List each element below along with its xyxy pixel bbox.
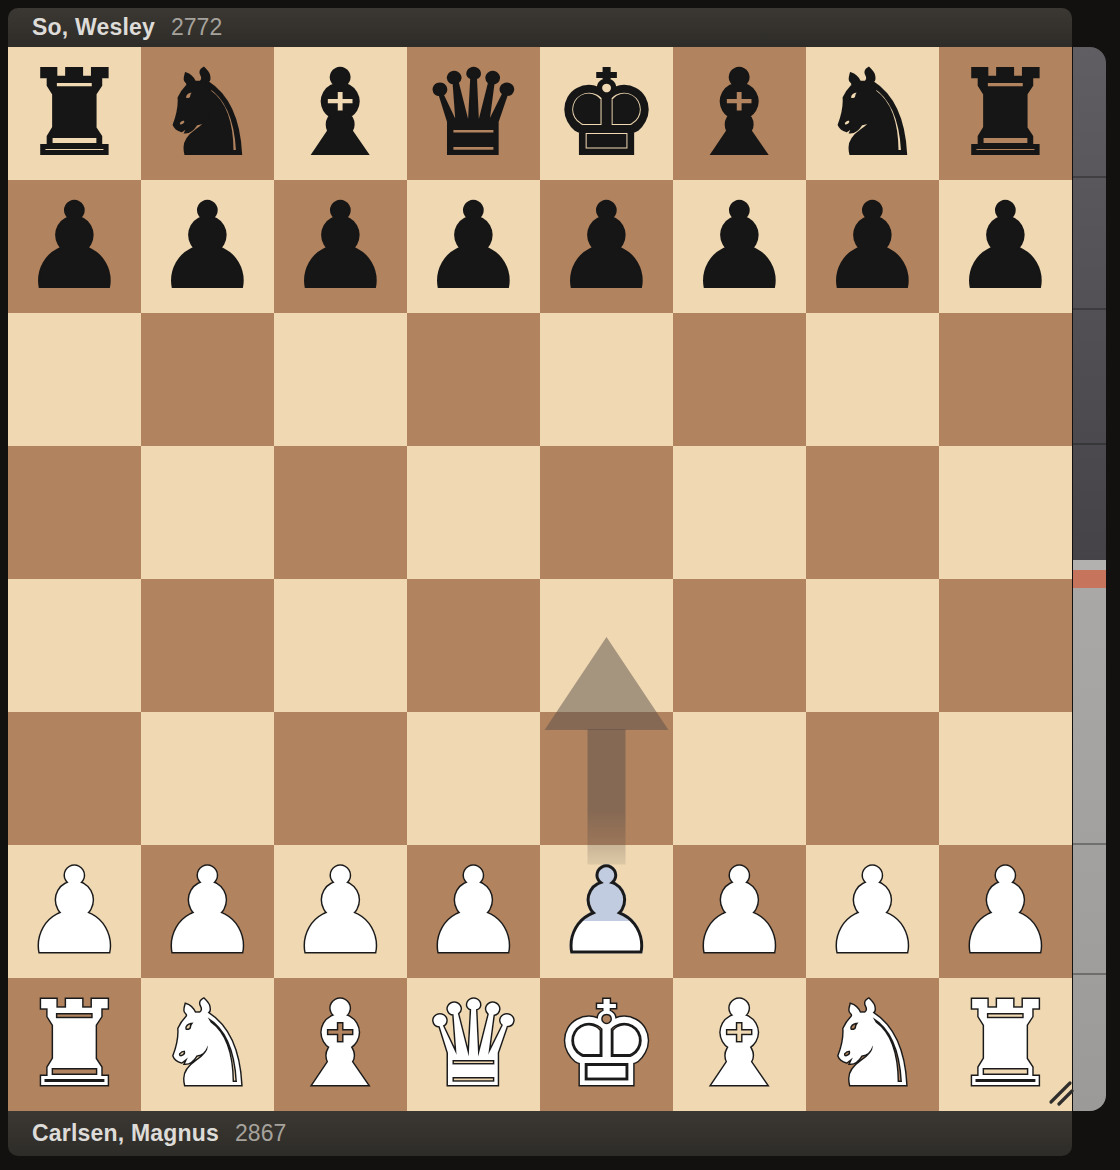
piece-black-rook-a8[interactable]: ♜ bbox=[8, 47, 141, 180]
square-d1[interactable]: ♛ bbox=[407, 978, 540, 1111]
square-h5[interactable] bbox=[939, 446, 1072, 579]
square-c3[interactable] bbox=[274, 712, 407, 845]
square-c5[interactable] bbox=[274, 446, 407, 579]
piece-black-pawn-g7[interactable]: ♟ bbox=[806, 180, 939, 313]
piece-black-knight-b8[interactable]: ♞ bbox=[141, 47, 274, 180]
square-g6[interactable] bbox=[806, 313, 939, 446]
square-c1[interactable]: ♝ bbox=[274, 978, 407, 1111]
piece-black-knight-g8[interactable]: ♞ bbox=[806, 47, 939, 180]
bottom-player-bar: Carlsen, Magnus 2867 bbox=[8, 1111, 1072, 1156]
square-e1[interactable]: ♚ bbox=[540, 978, 673, 1111]
square-e2[interactable]: ♟ bbox=[540, 845, 673, 978]
square-a3[interactable] bbox=[8, 712, 141, 845]
square-g7[interactable]: ♟ bbox=[806, 180, 939, 313]
piece-black-rook-h8[interactable]: ♜ bbox=[939, 47, 1072, 180]
square-a6[interactable] bbox=[8, 313, 141, 446]
piece-white-pawn-e2[interactable]: ♟ bbox=[540, 845, 673, 978]
square-h4[interactable] bbox=[939, 579, 1072, 712]
square-e5[interactable] bbox=[540, 446, 673, 579]
square-b1[interactable]: ♞ bbox=[141, 978, 274, 1111]
piece-white-pawn-a2[interactable]: ♟ bbox=[8, 845, 141, 978]
side-panel-separator bbox=[1073, 843, 1106, 845]
square-a2[interactable]: ♟ bbox=[8, 845, 141, 978]
square-b3[interactable] bbox=[141, 712, 274, 845]
square-a4[interactable] bbox=[8, 579, 141, 712]
piece-black-pawn-e7[interactable]: ♟ bbox=[540, 180, 673, 313]
piece-white-pawn-f2[interactable]: ♟ bbox=[673, 845, 806, 978]
piece-black-bishop-f8[interactable]: ♝ bbox=[673, 47, 806, 180]
square-f8[interactable]: ♝ bbox=[673, 47, 806, 180]
piece-black-pawn-d7[interactable]: ♟ bbox=[407, 180, 540, 313]
square-d4[interactable] bbox=[407, 579, 540, 712]
piece-black-queen-d8[interactable]: ♛ bbox=[407, 47, 540, 180]
square-h3[interactable] bbox=[939, 712, 1072, 845]
piece-black-pawn-b7[interactable]: ♟ bbox=[141, 180, 274, 313]
bottom-player-rating: 2867 bbox=[235, 1120, 286, 1147]
square-h8[interactable]: ♜ bbox=[939, 47, 1072, 180]
piece-black-bishop-c8[interactable]: ♝ bbox=[274, 47, 407, 180]
square-e8[interactable]: ♚ bbox=[540, 47, 673, 180]
square-e7[interactable]: ♟ bbox=[540, 180, 673, 313]
square-b2[interactable]: ♟ bbox=[141, 845, 274, 978]
square-e3[interactable] bbox=[540, 712, 673, 845]
chess-board[interactable]: ♜♞♝♛♚♝♞♜♟♟♟♟♟♟♟♟♟♟♟♟♟♟♟♟♜♞♝♛♚♝♞♜ bbox=[8, 47, 1072, 1111]
board-resize-handle[interactable] bbox=[1046, 1078, 1074, 1106]
piece-white-rook-a1[interactable]: ♜ bbox=[8, 978, 141, 1111]
square-d8[interactable]: ♛ bbox=[407, 47, 540, 180]
square-d6[interactable] bbox=[407, 313, 540, 446]
square-c7[interactable]: ♟ bbox=[274, 180, 407, 313]
square-a1[interactable]: ♜ bbox=[8, 978, 141, 1111]
square-b4[interactable] bbox=[141, 579, 274, 712]
side-panel-light-band bbox=[1073, 560, 1106, 570]
piece-white-bishop-c1[interactable]: ♝ bbox=[274, 978, 407, 1111]
side-panel-separator bbox=[1073, 443, 1106, 445]
square-g1[interactable]: ♞ bbox=[806, 978, 939, 1111]
square-c2[interactable]: ♟ bbox=[274, 845, 407, 978]
square-f5[interactable] bbox=[673, 446, 806, 579]
square-d5[interactable] bbox=[407, 446, 540, 579]
square-f1[interactable]: ♝ bbox=[673, 978, 806, 1111]
square-h6[interactable] bbox=[939, 313, 1072, 446]
square-b7[interactable]: ♟ bbox=[141, 180, 274, 313]
square-a5[interactable] bbox=[8, 446, 141, 579]
piece-white-king-e1[interactable]: ♚ bbox=[540, 978, 673, 1111]
square-d2[interactable]: ♟ bbox=[407, 845, 540, 978]
square-g3[interactable] bbox=[806, 712, 939, 845]
side-panel-separator bbox=[1073, 973, 1106, 975]
square-c8[interactable]: ♝ bbox=[274, 47, 407, 180]
piece-black-pawn-h7[interactable]: ♟ bbox=[939, 180, 1072, 313]
side-panel-bottom-section bbox=[1073, 588, 1106, 1111]
piece-black-pawn-f7[interactable]: ♟ bbox=[673, 180, 806, 313]
piece-white-pawn-g2[interactable]: ♟ bbox=[806, 845, 939, 978]
piece-white-bishop-f1[interactable]: ♝ bbox=[673, 978, 806, 1111]
square-c4[interactable] bbox=[274, 579, 407, 712]
square-a8[interactable]: ♜ bbox=[8, 47, 141, 180]
side-panel-accent-band bbox=[1073, 570, 1106, 588]
square-b6[interactable] bbox=[141, 313, 274, 446]
piece-black-pawn-a7[interactable]: ♟ bbox=[8, 180, 141, 313]
piece-white-knight-b1[interactable]: ♞ bbox=[141, 978, 274, 1111]
square-h7[interactable]: ♟ bbox=[939, 180, 1072, 313]
square-e4[interactable] bbox=[540, 579, 673, 712]
piece-black-king-e8[interactable]: ♚ bbox=[540, 47, 673, 180]
square-c6[interactable] bbox=[274, 313, 407, 446]
side-panel-separator bbox=[1073, 176, 1106, 178]
square-b8[interactable]: ♞ bbox=[141, 47, 274, 180]
piece-white-pawn-d2[interactable]: ♟ bbox=[407, 845, 540, 978]
bottom-player-name: Carlsen, Magnus bbox=[32, 1120, 219, 1147]
side-panel-top-section bbox=[1073, 47, 1106, 560]
piece-black-pawn-c7[interactable]: ♟ bbox=[274, 180, 407, 313]
top-player-bar: So, Wesley 2772 bbox=[8, 8, 1072, 47]
square-g4[interactable] bbox=[806, 579, 939, 712]
square-d7[interactable]: ♟ bbox=[407, 180, 540, 313]
side-panel-strip bbox=[1073, 47, 1106, 1111]
analysis-board-view: So, Wesley 2772 ♜♞♝♛♚♝♞♜♟♟♟♟♟♟♟♟♟♟♟♟♟♟♟♟… bbox=[0, 0, 1120, 1170]
square-f3[interactable] bbox=[673, 712, 806, 845]
square-f4[interactable] bbox=[673, 579, 806, 712]
square-a7[interactable]: ♟ bbox=[8, 180, 141, 313]
square-f7[interactable]: ♟ bbox=[673, 180, 806, 313]
square-e6[interactable] bbox=[540, 313, 673, 446]
top-player-rating: 2772 bbox=[171, 14, 222, 41]
square-d3[interactable] bbox=[407, 712, 540, 845]
piece-white-knight-g1[interactable]: ♞ bbox=[806, 978, 939, 1111]
square-f2[interactable]: ♟ bbox=[673, 845, 806, 978]
piece-white-pawn-h2[interactable]: ♟ bbox=[939, 845, 1072, 978]
square-g5[interactable] bbox=[806, 446, 939, 579]
square-h2[interactable]: ♟ bbox=[939, 845, 1072, 978]
square-b5[interactable] bbox=[141, 446, 274, 579]
side-panel-separator bbox=[1073, 308, 1106, 310]
piece-white-pawn-b2[interactable]: ♟ bbox=[141, 845, 274, 978]
square-g2[interactable]: ♟ bbox=[806, 845, 939, 978]
top-player-name: So, Wesley bbox=[32, 14, 155, 41]
square-g8[interactable]: ♞ bbox=[806, 47, 939, 180]
piece-white-queen-d1[interactable]: ♛ bbox=[407, 978, 540, 1111]
piece-white-pawn-c2[interactable]: ♟ bbox=[274, 845, 407, 978]
square-f6[interactable] bbox=[673, 313, 806, 446]
